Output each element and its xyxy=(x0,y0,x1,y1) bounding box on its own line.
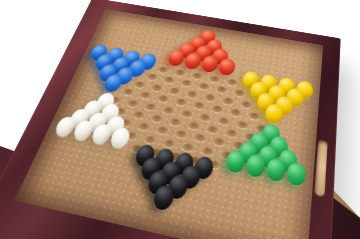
board-hole[interactable] xyxy=(174,98,186,106)
board-hole[interactable] xyxy=(162,139,175,148)
board-hole[interactable] xyxy=(201,146,214,156)
board-hole[interactable] xyxy=(139,91,151,99)
board-hole[interactable] xyxy=(226,78,237,86)
board-hole[interactable] xyxy=(168,118,181,127)
tray-handle-cutout xyxy=(314,140,327,197)
board-hole[interactable] xyxy=(151,84,163,92)
board-hole[interactable] xyxy=(132,111,145,120)
board-hole[interactable] xyxy=(157,66,169,73)
board-hole[interactable] xyxy=(222,97,234,105)
board-hole[interactable] xyxy=(225,129,237,138)
board-hole[interactable] xyxy=(194,134,207,143)
board-hole[interactable] xyxy=(146,73,158,81)
board-hole[interactable] xyxy=(192,101,204,109)
board-hole[interactable] xyxy=(236,120,248,129)
scene-background xyxy=(0,0,360,239)
board-hole[interactable] xyxy=(156,126,169,135)
board-hole[interactable] xyxy=(206,125,218,134)
board-hole[interactable] xyxy=(187,121,200,130)
board-hole[interactable] xyxy=(199,113,211,122)
board-hole[interactable] xyxy=(209,75,221,83)
board-hole[interactable] xyxy=(186,90,198,98)
board-hole[interactable] xyxy=(180,79,192,87)
board-hole[interactable] xyxy=(181,109,193,118)
board-hole[interactable] xyxy=(198,83,210,91)
board-hole[interactable] xyxy=(204,94,216,102)
board-hole[interactable] xyxy=(121,88,133,96)
board-hole[interactable] xyxy=(137,122,150,131)
board-hole[interactable] xyxy=(240,100,252,108)
chinese-checkers-board xyxy=(14,9,323,239)
board-hole[interactable] xyxy=(174,69,186,76)
board-hole[interactable] xyxy=(162,106,174,114)
board-hole[interactable] xyxy=(181,142,194,151)
board-hole[interactable] xyxy=(143,135,156,144)
board-hole[interactable] xyxy=(144,103,156,111)
board-hole[interactable] xyxy=(150,114,163,123)
board-hole[interactable] xyxy=(218,117,230,126)
wooden-tray xyxy=(0,0,341,239)
tray-perspective-scene xyxy=(0,0,360,239)
board-hole[interactable] xyxy=(191,72,203,80)
board-hole[interactable] xyxy=(233,89,245,97)
board-hole[interactable] xyxy=(127,99,140,107)
board-hole[interactable] xyxy=(157,95,169,103)
board-hole[interactable] xyxy=(229,108,241,116)
board-hole[interactable] xyxy=(134,81,146,89)
board-hole[interactable] xyxy=(175,130,188,139)
board-hole-grid xyxy=(14,9,323,239)
board-hole[interactable] xyxy=(215,86,227,94)
board-hole[interactable] xyxy=(211,105,223,113)
board-hole[interactable] xyxy=(213,137,226,146)
board-hole[interactable] xyxy=(163,76,175,84)
board-hole[interactable] xyxy=(168,87,180,95)
marble-green[interactable] xyxy=(286,161,307,187)
board-hole[interactable] xyxy=(248,112,260,121)
